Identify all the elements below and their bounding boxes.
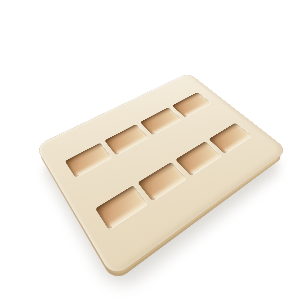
loaf-cavity <box>140 107 181 135</box>
loaf-cavity <box>138 162 187 201</box>
photo-scene <box>0 0 300 300</box>
loaf-cavity <box>95 185 148 230</box>
loaf-cavity <box>172 92 211 117</box>
baking-pan <box>35 73 288 279</box>
loaf-cavity <box>104 124 148 155</box>
loaf-cavity <box>209 123 252 154</box>
loaf-cavity <box>175 141 221 176</box>
loaf-cavity <box>65 143 112 178</box>
product-photo-background <box>0 0 300 300</box>
